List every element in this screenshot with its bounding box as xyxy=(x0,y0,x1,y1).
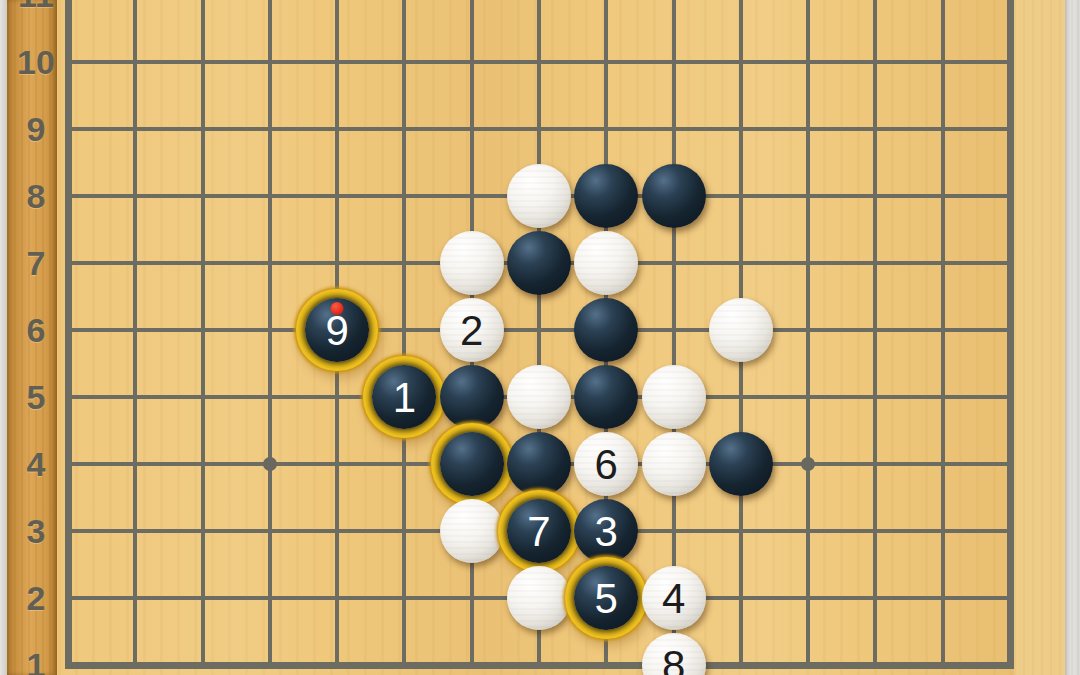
stone xyxy=(574,164,638,228)
row-label: 3 xyxy=(8,512,64,551)
stone: 4 xyxy=(642,566,706,630)
goban-screenshot: 1110987654321 921673548 xyxy=(0,0,1080,675)
stone xyxy=(709,432,773,496)
stone xyxy=(507,566,571,630)
left-edge-strip xyxy=(0,0,7,675)
grid-line-vertical xyxy=(1007,0,1014,669)
row-label: 9 xyxy=(8,110,64,149)
move-number: 5 xyxy=(595,578,618,620)
stone xyxy=(440,499,504,563)
star-point xyxy=(801,457,815,471)
grid-line-vertical xyxy=(65,0,72,669)
grid-line-vertical xyxy=(941,0,945,669)
row-label: 4 xyxy=(8,445,64,484)
grid-line-vertical xyxy=(133,0,137,669)
winning-line-stone xyxy=(440,432,504,496)
winning-line-stone: 7 xyxy=(507,499,571,563)
grid-line-vertical xyxy=(268,0,272,669)
stone xyxy=(507,365,571,429)
stone xyxy=(642,432,706,496)
stone xyxy=(574,365,638,429)
grid-line-horizontal xyxy=(65,328,1014,332)
stone xyxy=(507,164,571,228)
right-edge-strip xyxy=(1065,0,1080,675)
winning-line-stone: 1 xyxy=(372,365,436,429)
row-label: 11 xyxy=(8,0,64,15)
row-label: 1 xyxy=(8,646,64,675)
grid-line-horizontal xyxy=(65,127,1014,131)
move-number: 1 xyxy=(393,377,416,419)
stone xyxy=(574,298,638,362)
move-number: 7 xyxy=(527,511,550,553)
board-right-margin xyxy=(1014,0,1065,675)
stone: 2 xyxy=(440,298,504,362)
stone: 3 xyxy=(574,499,638,563)
move-number: 3 xyxy=(595,511,618,553)
last-move-dot xyxy=(331,302,344,315)
stone xyxy=(440,365,504,429)
move-number: 9 xyxy=(325,310,348,352)
row-label: 6 xyxy=(8,311,64,350)
grid-line-horizontal xyxy=(65,60,1014,64)
move-number: 8 xyxy=(662,645,685,675)
row-label: 8 xyxy=(8,177,64,216)
grid-line-vertical xyxy=(806,0,810,669)
winning-line-stone: 5 xyxy=(574,566,638,630)
grid-line-horizontal xyxy=(65,662,1014,669)
move-number: 6 xyxy=(595,444,618,486)
winning-line-stone: 9 xyxy=(305,298,369,362)
stone xyxy=(507,432,571,496)
row-label: 10 xyxy=(8,43,64,82)
grid-line-vertical xyxy=(873,0,877,669)
grid-line-vertical xyxy=(402,0,406,669)
stone: 6 xyxy=(574,432,638,496)
grid-line-vertical xyxy=(201,0,205,669)
move-number: 4 xyxy=(662,578,685,620)
stone xyxy=(642,164,706,228)
stone xyxy=(574,231,638,295)
star-point xyxy=(263,457,277,471)
move-number: 2 xyxy=(460,310,483,352)
stone xyxy=(642,365,706,429)
row-label: 5 xyxy=(8,378,64,417)
stone xyxy=(709,298,773,362)
row-label: 2 xyxy=(8,579,64,618)
row-label: 7 xyxy=(8,244,64,283)
stone xyxy=(440,231,504,295)
stone xyxy=(507,231,571,295)
